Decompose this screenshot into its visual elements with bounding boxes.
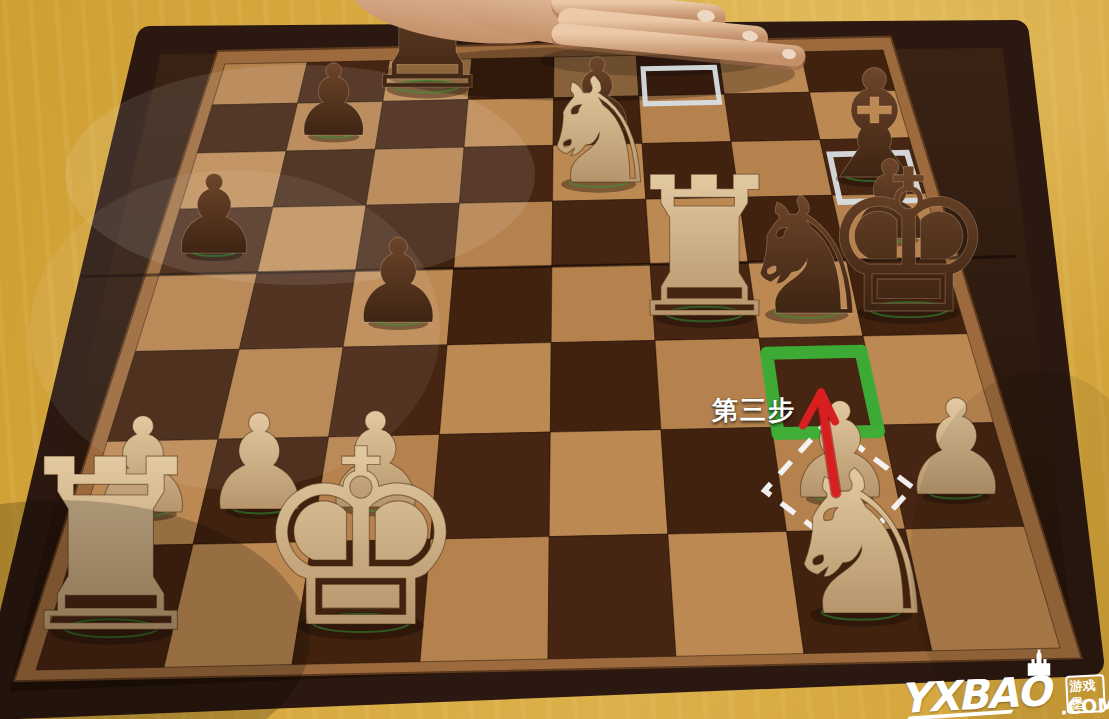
square-d4[interactable] bbox=[447, 266, 552, 345]
square-g7[interactable] bbox=[724, 92, 820, 141]
square-e2[interactable] bbox=[549, 430, 668, 537]
piece-black-pawn-c4[interactable]: ♟ bbox=[346, 214, 450, 349]
board-svg: ♜♟♟♞♝♟♟♟♜♞♚♟♟♟♟♟♜♚♞ bbox=[0, 0, 1109, 719]
watermark-suffix: .COM bbox=[1059, 694, 1109, 719]
castle-icon bbox=[1022, 647, 1056, 677]
watermark: YXBAO 游戏堡 .COM bbox=[900, 653, 1105, 717]
chess-scene: ♜♟♟♞♝♟♟♟♜♞♚♟♟♟♟♟♜♚♞ 第三步 YXBAO 游戏堡 .COM bbox=[0, 0, 1109, 719]
square-f2[interactable] bbox=[661, 427, 787, 534]
square-e1[interactable] bbox=[548, 534, 676, 659]
step-annotation: 第三步 bbox=[712, 393, 796, 428]
piece-black-pawn-a5[interactable]: ♟ bbox=[165, 152, 263, 279]
piece-black-pawn-b7[interactable]: ♟ bbox=[289, 43, 378, 158]
piece-black-king-h4[interactable]: ♚ bbox=[820, 127, 998, 358]
